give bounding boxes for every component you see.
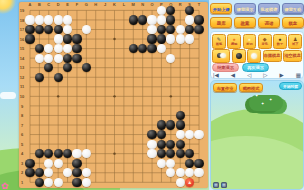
black-stone-D4 <box>54 149 63 158</box>
white-stone-D18 <box>54 15 63 24</box>
column-label: D <box>55 2 62 7</box>
step-back-button[interactable]: ◁ <box>247 73 251 78</box>
sparkle: ✦ <box>255 93 258 98</box>
row-label: 13 <box>19 65 25 70</box>
black-stone-M18 <box>129 15 138 24</box>
black-stone-P7 <box>157 120 166 129</box>
black-stone-F16 <box>72 34 81 43</box>
black-stone-A2 <box>25 168 34 177</box>
white-stone-icon <box>220 53 226 59</box>
black-stone-R7 <box>176 120 185 129</box>
tool-row: ✎ 画笔 ● 擦除 ● 标记 ◆ 变化 ● 数子 <box>212 34 302 49</box>
white-stone-E18 <box>63 15 72 24</box>
black-stone-S3 <box>185 159 194 168</box>
white-stone-B14 <box>35 54 44 63</box>
black-stone-P17 <box>157 25 166 34</box>
row-label: 10 <box>19 94 25 99</box>
column-label: N <box>139 2 146 7</box>
row-label: 1 <box>19 180 25 185</box>
black-stone-A3 <box>25 159 34 168</box>
go-board[interactable]: ABCDEFGHJKLMNOPQRST191817161514131211109… <box>19 2 208 188</box>
demo-button-row: 结束演示 再次演示 <box>212 63 302 72</box>
white-stone-R16 <box>176 34 185 43</box>
white-stone-button[interactable] <box>247 49 261 63</box>
white-stone-O5 <box>147 140 156 149</box>
row-label: 7 <box>19 123 25 128</box>
white-stone-R17 <box>176 25 185 34</box>
row-label: 16 <box>19 37 25 42</box>
black-stone-T3 <box>194 159 203 168</box>
black-stone-F14 <box>72 54 81 63</box>
black-stone-R5 <box>176 140 185 149</box>
black-stone-N18 <box>138 15 147 24</box>
row-label: 3 <box>19 161 25 166</box>
white-stone-F4 <box>72 149 81 158</box>
move-list-button[interactable]: ▦ <box>296 73 301 78</box>
black-stone-R4 <box>176 149 185 158</box>
white-stone-T2 <box>194 168 203 177</box>
black-stone-F3 <box>72 159 81 168</box>
white-stone-O4 <box>147 149 156 158</box>
problem-library-button[interactable]: 题库 <box>210 17 232 28</box>
white-stone-D15 <box>54 44 63 53</box>
mark-tool-button[interactable]: ● 标记 <box>243 34 257 49</box>
column-label: T <box>196 2 203 7</box>
start-match-pill-button[interactable]: 开始对弈 <box>279 82 302 90</box>
sparkle: ✦ <box>269 97 272 102</box>
tool-label: 试下 <box>292 42 298 46</box>
column-label: R <box>177 2 184 7</box>
row-label: 8 <box>19 113 25 118</box>
tool-label: 变化 <box>261 42 267 46</box>
skip-start-button[interactable]: |◀ <box>213 73 219 78</box>
tool-card: ✎ 画笔 ● 擦除 ● 标记 ◆ 变化 ● 数子 <box>210 31 304 79</box>
white-stone-D14 <box>54 54 63 63</box>
black-stone-M15 <box>129 44 138 53</box>
row-label: 18 <box>19 18 25 23</box>
row-label: 17 <box>19 27 25 32</box>
row-label: 14 <box>19 56 25 61</box>
tool-label: 画笔 <box>216 42 222 46</box>
class-demo-button[interactable]: 课堂演示 <box>234 3 256 14</box>
black-stone-T17 <box>194 25 203 34</box>
white-stone-S18 <box>185 15 194 24</box>
white-stone-P19 <box>157 6 166 15</box>
variation-tool-button[interactable]: ◆ 变化 <box>258 34 272 49</box>
lesson-plan-button[interactable]: 教案 <box>234 17 256 28</box>
alternate-stones-button[interactable] <box>212 49 230 63</box>
white-stone-icon <box>251 53 257 59</box>
white-stone-D1 <box>54 178 63 187</box>
end-demo-button[interactable]: 结束演示 <box>212 63 239 72</box>
black-stone-B1 <box>35 178 44 187</box>
black-stone-O6 <box>147 130 156 139</box>
black-stone-E14 <box>63 54 72 63</box>
start-class-button[interactable]: 开始上课 <box>210 3 232 14</box>
tool-label: 标记 <box>246 42 252 46</box>
black-stone-B12 <box>35 73 44 82</box>
black-stone-R8 <box>176 111 185 120</box>
white-stone-R1 <box>176 178 185 187</box>
white-stone-Q16 <box>166 34 175 43</box>
corner-icon-row: ▦ ▦ <box>213 182 227 188</box>
column-label: F <box>73 2 80 7</box>
white-stone-T6 <box>194 130 203 139</box>
column-label: A <box>27 2 34 7</box>
column-label: L <box>120 2 127 7</box>
black-stone-O16 <box>147 34 156 43</box>
clear-board-button[interactable]: 清空棋盘 <box>283 50 302 62</box>
prev-move-button[interactable]: ◀ <box>231 73 235 78</box>
white-stone-P18 <box>157 15 166 24</box>
white-stone-G1 <box>82 178 91 187</box>
white-stone-R6 <box>176 130 185 139</box>
column-label: B <box>36 2 43 7</box>
white-stone-D3 <box>54 159 63 168</box>
side-panel: 开始上课 课堂演示 批改棋谱 课堂互动 题库 教案 调谱 棋盘 ✎ 画笔 ● 擦… <box>209 0 304 190</box>
review-kifu-button[interactable]: 批改棋谱 <box>258 3 280 14</box>
column-label: H <box>92 2 99 7</box>
column-label: G <box>83 2 90 7</box>
black-stone-F1 <box>72 178 81 187</box>
screenshot-mode-button[interactable]: 截图模式 <box>239 83 263 92</box>
black-stone-A16 <box>25 34 34 43</box>
next-move-button[interactable]: ▶ <box>280 73 284 78</box>
column-label: O <box>149 2 156 7</box>
sun-glow <box>0 0 16 14</box>
white-stone-B18 <box>35 15 44 24</box>
erase-tool-button[interactable]: ● 擦除 <box>227 34 241 49</box>
cloud <box>0 92 16 99</box>
play-button[interactable]: ▷ <box>263 73 267 78</box>
row-label: 9 <box>19 104 25 109</box>
black-stone-E16 <box>63 34 72 43</box>
black-stone-B17 <box>35 25 44 34</box>
row-label: 11 <box>19 84 25 89</box>
tool-label: 数子 <box>277 42 283 46</box>
grid-icon[interactable]: ▦ <box>221 182 227 188</box>
replay-demo-button[interactable]: 再次演示 <box>242 63 269 72</box>
grid-icon[interactable]: ▦ <box>213 182 219 188</box>
white-stone-D16 <box>54 34 63 43</box>
scene-card: ✦ ✦ ✦ 布置作业 截图模式 开始对弈 ▦ ▦ <box>210 80 304 190</box>
row-label: 5 <box>19 142 25 147</box>
black-stone-P5 <box>157 140 166 149</box>
row-label: 4 <box>19 151 25 156</box>
class-button-row: 开始上课 课堂演示 批改棋谱 课堂互动 <box>210 3 304 14</box>
white-stone-O17 <box>147 25 156 34</box>
column-label: K <box>111 2 118 7</box>
white-stone-G17 <box>82 25 91 34</box>
black-stone-Q7 <box>166 120 175 129</box>
white-stone-S16 <box>185 34 194 43</box>
white-stone-A18 <box>25 15 34 24</box>
stone-select-row: 自摆棋盘 清空棋盘 <box>212 49 302 63</box>
library-button-row: 题库 教案 调谱 棋盘 <box>210 17 304 28</box>
load-kifu-button[interactable]: 调谱 <box>258 17 280 28</box>
black-stone-F2 <box>72 168 81 177</box>
media-controls: |◀ ◀ ◁ ▷ ▶ ▦ <box>213 73 301 78</box>
pen-tool-button[interactable]: ✎ 画笔 <box>212 34 226 49</box>
white-stone-O18 <box>147 15 156 24</box>
column-label: C <box>45 2 52 7</box>
black-stone-Q18 <box>166 15 175 24</box>
black-stone-P16 <box>157 34 166 43</box>
black-stone-button[interactable] <box>232 49 246 63</box>
row-label: 15 <box>19 46 25 51</box>
column-label: E <box>64 2 71 7</box>
board-button[interactable]: 棋盘 <box>282 17 304 28</box>
black-stone-D17 <box>54 25 63 34</box>
sparkle: ✦ <box>261 101 264 106</box>
row-label: 2 <box>19 170 25 175</box>
row-label: 12 <box>19 75 25 80</box>
row-label: 6 <box>19 132 25 137</box>
try-move-tool-button[interactable]: ♟ 试下 <box>288 34 302 49</box>
column-label: M <box>130 2 137 7</box>
black-stone-T18 <box>194 15 203 24</box>
column-label: J <box>102 2 109 7</box>
black-stone-D12 <box>54 73 63 82</box>
count-tool-button[interactable]: ● 数子 <box>273 34 287 49</box>
black-stone-A17 <box>25 25 34 34</box>
assign-homework-button[interactable]: 布置作业 <box>213 83 237 92</box>
black-stone-icon <box>236 53 242 59</box>
black-stone-O15 <box>147 44 156 53</box>
row-label: 19 <box>19 8 25 13</box>
app-window: ✿ ABCDEFGHJKLMNOPQRST1918171615141312111… <box>0 0 304 190</box>
white-stone-C18 <box>44 15 53 24</box>
free-setup-button[interactable]: 自摆棋盘 <box>263 50 282 62</box>
white-stone-P3 <box>157 159 166 168</box>
white-stone-C14 <box>44 54 53 63</box>
tool-label: 擦除 <box>231 42 237 46</box>
black-stone-F15 <box>72 44 81 53</box>
class-interact-button[interactable]: 课堂互动 <box>282 3 304 14</box>
flower-decoration: ✿ <box>1 181 9 190</box>
